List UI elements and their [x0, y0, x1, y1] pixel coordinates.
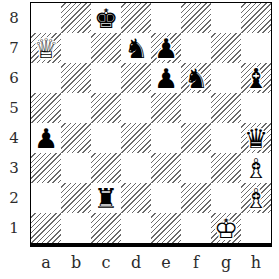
square-b4[interactable] — [61, 123, 91, 153]
square-a7[interactable]: ♛♕ — [31, 33, 61, 63]
white-queen-piece[interactable]: ♛♕ — [31, 33, 61, 63]
black-pawn-glyph: ♟ — [154, 65, 178, 92]
file-label-e: e — [151, 248, 181, 276]
square-a2[interactable] — [31, 183, 61, 213]
file-labels: abcdefgh — [31, 248, 271, 276]
square-f3[interactable] — [181, 153, 211, 183]
square-e1[interactable] — [151, 213, 181, 243]
square-g6[interactable] — [211, 63, 241, 93]
square-a8[interactable] — [31, 3, 61, 33]
square-g4[interactable] — [211, 123, 241, 153]
black-king-glyph: ♚ — [94, 5, 118, 32]
square-a1[interactable] — [31, 213, 61, 243]
square-f7[interactable] — [181, 33, 211, 63]
black-pawn-glyph: ♟ — [34, 125, 58, 152]
square-f4[interactable] — [181, 123, 211, 153]
square-b3[interactable] — [61, 153, 91, 183]
square-b2[interactable] — [61, 183, 91, 213]
square-h5[interactable] — [241, 93, 271, 123]
black-knight-glyph: ♞ — [184, 65, 208, 92]
square-b8[interactable] — [61, 3, 91, 33]
square-d5[interactable] — [121, 93, 151, 123]
chess-diagram: 87654321 ♚♚♛♕♞♞♟♟♟♟♞♞♝♝♟♟♛♛♝♗♜♜♝♗♚♔ abcd… — [0, 0, 279, 279]
square-g3[interactable] — [211, 153, 241, 183]
black-knight-piece[interactable]: ♞♞ — [121, 33, 151, 63]
black-bishop-glyph: ♝ — [244, 65, 268, 92]
file-label-a: a — [31, 248, 61, 276]
rank-labels: 87654321 — [0, 3, 28, 243]
square-f2[interactable] — [181, 183, 211, 213]
white-bishop-glyph: ♗ — [244, 155, 268, 182]
square-f5[interactable] — [181, 93, 211, 123]
square-g5[interactable] — [211, 93, 241, 123]
black-queen-piece[interactable]: ♛♛ — [241, 123, 271, 153]
square-c7[interactable] — [91, 33, 121, 63]
rank-label-6: 6 — [0, 63, 28, 93]
square-c5[interactable] — [91, 93, 121, 123]
white-bishop-piece[interactable]: ♝♗ — [241, 153, 271, 183]
white-king-glyph: ♔ — [214, 215, 238, 242]
square-d1[interactable] — [121, 213, 151, 243]
black-bishop-piece[interactable]: ♝♝ — [241, 63, 271, 93]
rank-label-4: 4 — [0, 123, 28, 153]
rank-label-1: 1 — [0, 213, 28, 243]
rank-label-7: 7 — [0, 33, 28, 63]
rank-label-2: 2 — [0, 183, 28, 213]
square-a4[interactable]: ♟♟ — [31, 123, 61, 153]
square-e3[interactable] — [151, 153, 181, 183]
square-h8[interactable] — [241, 3, 271, 33]
square-d6[interactable] — [121, 63, 151, 93]
square-c3[interactable] — [91, 153, 121, 183]
square-a6[interactable] — [31, 63, 61, 93]
black-pawn-piece[interactable]: ♟♟ — [151, 33, 181, 63]
square-b6[interactable] — [61, 63, 91, 93]
square-e8[interactable] — [151, 3, 181, 33]
square-h3[interactable]: ♝♗ — [241, 153, 271, 183]
square-f1[interactable] — [181, 213, 211, 243]
square-f6[interactable]: ♞♞ — [181, 63, 211, 93]
file-label-h: h — [241, 248, 271, 276]
square-c4[interactable] — [91, 123, 121, 153]
square-g7[interactable] — [211, 33, 241, 63]
black-pawn-piece[interactable]: ♟♟ — [151, 63, 181, 93]
white-bishop-piece[interactable]: ♝♗ — [241, 183, 271, 213]
square-e6[interactable]: ♟♟ — [151, 63, 181, 93]
file-label-g: g — [211, 248, 241, 276]
black-king-piece[interactable]: ♚♚ — [91, 3, 121, 33]
black-rook-glyph: ♜ — [94, 185, 118, 212]
file-label-b: b — [61, 248, 91, 276]
file-label-c: c — [91, 248, 121, 276]
square-g2[interactable] — [211, 183, 241, 213]
file-label-f: f — [181, 248, 211, 276]
black-pawn-glyph: ♟ — [154, 35, 178, 62]
black-rook-piece[interactable]: ♜♜ — [91, 183, 121, 213]
square-d7[interactable]: ♞♞ — [121, 33, 151, 63]
white-king-piece[interactable]: ♚♔ — [211, 213, 241, 243]
square-g1[interactable]: ♚♔ — [211, 213, 241, 243]
black-knight-glyph: ♞ — [124, 35, 148, 62]
square-h7[interactable] — [241, 33, 271, 63]
square-c2[interactable]: ♜♜ — [91, 183, 121, 213]
square-e4[interactable] — [151, 123, 181, 153]
square-b5[interactable] — [61, 93, 91, 123]
black-knight-piece[interactable]: ♞♞ — [181, 63, 211, 93]
square-h2[interactable]: ♝♗ — [241, 183, 271, 213]
square-d4[interactable] — [121, 123, 151, 153]
white-bishop-glyph: ♗ — [244, 185, 268, 212]
rank-label-5: 5 — [0, 93, 28, 123]
rank-label-3: 3 — [0, 153, 28, 183]
square-e5[interactable] — [151, 93, 181, 123]
square-b7[interactable] — [61, 33, 91, 63]
square-c1[interactable] — [91, 213, 121, 243]
square-d2[interactable] — [121, 183, 151, 213]
file-label-d: d — [121, 248, 151, 276]
square-h4[interactable]: ♛♛ — [241, 123, 271, 153]
square-c6[interactable] — [91, 63, 121, 93]
chess-board: ♚♚♛♕♞♞♟♟♟♟♞♞♝♝♟♟♛♛♝♗♜♜♝♗♚♔ — [30, 2, 272, 247]
square-e7[interactable]: ♟♟ — [151, 33, 181, 63]
black-queen-glyph: ♛ — [244, 125, 268, 152]
square-a3[interactable] — [31, 153, 61, 183]
square-c8[interactable]: ♚♚ — [91, 3, 121, 33]
square-f8[interactable] — [181, 3, 211, 33]
square-b1[interactable] — [61, 213, 91, 243]
square-g8[interactable] — [211, 3, 241, 33]
rank-label-8: 8 — [0, 3, 28, 33]
square-a5[interactable] — [31, 93, 61, 123]
square-h1[interactable] — [241, 213, 271, 243]
square-e2[interactable] — [151, 183, 181, 213]
square-h6[interactable]: ♝♝ — [241, 63, 271, 93]
square-d3[interactable] — [121, 153, 151, 183]
white-queen-glyph: ♕ — [34, 35, 58, 62]
black-pawn-piece[interactable]: ♟♟ — [31, 123, 61, 153]
square-d8[interactable] — [121, 3, 151, 33]
